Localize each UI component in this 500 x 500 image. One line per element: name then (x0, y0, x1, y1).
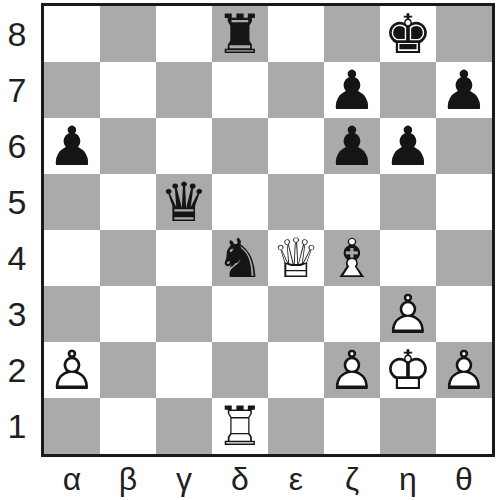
square-γ4[interactable] (156, 230, 212, 286)
square-ζ2[interactable]: ♟♙ (324, 342, 380, 398)
file-label-θ: θ (436, 458, 492, 500)
square-θ2[interactable]: ♟♙ (436, 342, 492, 398)
file-label-γ: γ (156, 458, 212, 500)
square-δ7[interactable] (212, 62, 268, 118)
white-piece-outline: ♖ (216, 395, 264, 458)
square-η5[interactable] (380, 174, 436, 230)
square-α5[interactable] (44, 174, 100, 230)
square-β3[interactable] (100, 286, 156, 342)
black-rook[interactable]: ♜ (216, 8, 264, 62)
square-γ5[interactable]: ♛ (156, 174, 212, 230)
white-king[interactable]: ♚♔ (384, 344, 432, 398)
file-label-ζ: ζ (324, 458, 380, 500)
square-η8[interactable]: ♚ (380, 6, 436, 62)
black-piece-glyph: ♞ (216, 227, 264, 290)
rank-label-4: 4 (0, 230, 34, 286)
black-pawn[interactable]: ♟ (440, 64, 488, 118)
square-ζ7[interactable]: ♟ (324, 62, 380, 118)
square-ε3[interactable] (268, 286, 324, 342)
black-piece-glyph: ♛ (160, 171, 208, 234)
square-α7[interactable] (44, 62, 100, 118)
file-label-δ: δ (212, 458, 268, 500)
square-θ7[interactable]: ♟ (436, 62, 492, 118)
rank-label-7: 7 (0, 62, 34, 118)
square-β5[interactable] (100, 174, 156, 230)
file-label-α: α (44, 458, 100, 500)
white-piece-outline: ♙ (48, 339, 96, 402)
white-pawn[interactable]: ♟♙ (328, 344, 376, 398)
black-queen[interactable]: ♛ (160, 176, 208, 230)
square-ζ1[interactable] (324, 398, 380, 454)
square-γ7[interactable] (156, 62, 212, 118)
black-piece-glyph: ♜ (216, 3, 264, 66)
square-β6[interactable] (100, 118, 156, 174)
square-θ6[interactable] (436, 118, 492, 174)
square-ζ4[interactable]: ♝♗ (324, 230, 380, 286)
square-δ2[interactable] (212, 342, 268, 398)
square-γ3[interactable] (156, 286, 212, 342)
square-ε2[interactable] (268, 342, 324, 398)
square-β4[interactable] (100, 230, 156, 286)
square-θ8[interactable] (436, 6, 492, 62)
square-η2[interactable]: ♚♔ (380, 342, 436, 398)
white-pawn[interactable]: ♟♙ (384, 288, 432, 342)
black-knight[interactable]: ♞ (216, 232, 264, 286)
rank-label-2: 2 (0, 342, 34, 398)
square-η4[interactable] (380, 230, 436, 286)
square-δ8[interactable]: ♜ (212, 6, 268, 62)
square-α3[interactable] (44, 286, 100, 342)
black-piece-glyph: ♚ (384, 3, 432, 66)
square-γ2[interactable] (156, 342, 212, 398)
square-γ1[interactable] (156, 398, 212, 454)
square-δ6[interactable] (212, 118, 268, 174)
black-piece-glyph: ♟ (440, 59, 488, 122)
rank-label-3: 3 (0, 286, 34, 342)
square-γ6[interactable] (156, 118, 212, 174)
square-ζ8[interactable] (324, 6, 380, 62)
white-piece-outline: ♔ (384, 339, 432, 402)
square-ε8[interactable] (268, 6, 324, 62)
square-ε7[interactable] (268, 62, 324, 118)
square-η6[interactable]: ♟ (380, 118, 436, 174)
square-α4[interactable] (44, 230, 100, 286)
white-piece-outline: ♙ (384, 283, 432, 346)
square-α6[interactable]: ♟ (44, 118, 100, 174)
square-ε5[interactable] (268, 174, 324, 230)
white-rook[interactable]: ♜♖ (216, 400, 264, 454)
black-pawn[interactable]: ♟ (384, 120, 432, 174)
file-label-η: η (380, 458, 436, 500)
chess-diagram: 87654321 ♜♚♟♟♟♟♟♛♞♛♕♝♗♟♙♟♙♟♙♚♔♟♙♜♖ αβγδε… (0, 0, 500, 500)
square-ζ5[interactable] (324, 174, 380, 230)
square-β8[interactable] (100, 6, 156, 62)
square-δ3[interactable] (212, 286, 268, 342)
black-pawn[interactable]: ♟ (328, 120, 376, 174)
square-δ4[interactable]: ♞ (212, 230, 268, 286)
rank-label-5: 5 (0, 174, 34, 230)
white-piece-outline: ♗ (328, 227, 376, 290)
square-δ5[interactable] (212, 174, 268, 230)
black-pawn[interactable]: ♟ (328, 64, 376, 118)
square-θ5[interactable] (436, 174, 492, 230)
black-piece-glyph: ♟ (328, 115, 376, 178)
square-θ4[interactable] (436, 230, 492, 286)
white-piece-outline: ♙ (440, 339, 488, 402)
square-θ1[interactable] (436, 398, 492, 454)
white-bishop[interactable]: ♝♗ (328, 232, 376, 286)
square-ζ3[interactable] (324, 286, 380, 342)
file-label-β: β (100, 458, 156, 500)
square-β1[interactable] (100, 398, 156, 454)
rank-label-6: 6 (0, 118, 34, 174)
square-ε4[interactable]: ♛♕ (268, 230, 324, 286)
chess-board: ♜♚♟♟♟♟♟♛♞♛♕♝♗♟♙♟♙♟♙♚♔♟♙♜♖ (41, 3, 495, 457)
black-piece-glyph: ♟ (384, 115, 432, 178)
rank-label-1: 1 (0, 398, 34, 454)
square-α8[interactable] (44, 6, 100, 62)
black-pawn[interactable]: ♟ (48, 120, 96, 174)
square-η3[interactable]: ♟♙ (380, 286, 436, 342)
square-θ3[interactable] (436, 286, 492, 342)
white-pawn[interactable]: ♟♙ (440, 344, 488, 398)
square-ε6[interactable] (268, 118, 324, 174)
black-king[interactable]: ♚ (384, 8, 432, 62)
square-ε1[interactable] (268, 398, 324, 454)
white-piece-outline: ♙ (328, 339, 376, 402)
white-piece-outline: ♕ (272, 227, 320, 290)
black-piece-glyph: ♟ (48, 115, 96, 178)
black-piece-glyph: ♟ (328, 59, 376, 122)
square-β2[interactable] (100, 342, 156, 398)
white-pawn[interactable]: ♟♙ (48, 344, 96, 398)
rank-label-8: 8 (0, 6, 34, 62)
square-α1[interactable] (44, 398, 100, 454)
file-label-ε: ε (268, 458, 324, 500)
square-γ8[interactable] (156, 6, 212, 62)
square-η1[interactable] (380, 398, 436, 454)
square-β7[interactable] (100, 62, 156, 118)
square-δ1[interactable]: ♜♖ (212, 398, 268, 454)
square-α2[interactable]: ♟♙ (44, 342, 100, 398)
white-queen[interactable]: ♛♕ (272, 232, 320, 286)
square-ζ6[interactable]: ♟ (324, 118, 380, 174)
square-η7[interactable] (380, 62, 436, 118)
